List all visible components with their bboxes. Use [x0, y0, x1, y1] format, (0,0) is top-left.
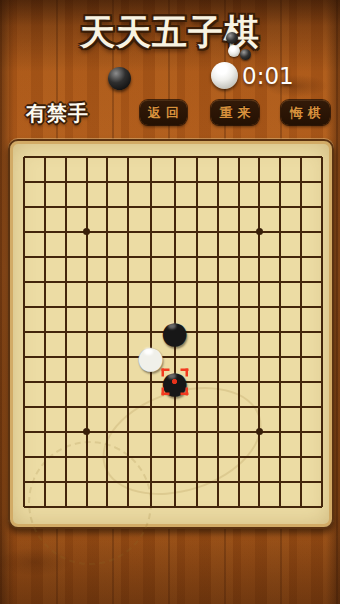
board-cell[interactable]	[228, 419, 249, 444]
board-cell[interactable]	[14, 344, 35, 369]
board-cell[interactable]	[14, 469, 35, 494]
star-point	[83, 428, 90, 435]
board-cell[interactable]	[207, 244, 228, 269]
board-cell[interactable]	[207, 294, 228, 319]
board-cell[interactable]	[311, 169, 332, 194]
board-cell[interactable]	[163, 169, 187, 194]
board-cell[interactable]	[139, 444, 163, 469]
board-cell[interactable]	[35, 394, 56, 419]
board-cell[interactable]	[56, 194, 77, 219]
board-cell[interactable]	[228, 244, 249, 269]
board-cell[interactable]	[118, 369, 139, 394]
board-cell[interactable]	[270, 194, 291, 219]
board-cell[interactable]	[163, 244, 187, 269]
board-cell[interactable]	[35, 494, 56, 519]
board-cell[interactable]	[118, 294, 139, 319]
board-cell[interactable]	[207, 344, 228, 369]
board-cell[interactable]	[207, 194, 228, 219]
board-cell[interactable]	[290, 269, 311, 294]
board-cell[interactable]	[56, 469, 77, 494]
board-cell[interactable]	[56, 369, 77, 394]
board-cell[interactable]	[139, 394, 163, 419]
board-cell[interactable]	[270, 419, 291, 444]
board-cell[interactable]	[14, 444, 35, 469]
board-cell[interactable]	[14, 194, 35, 219]
black-stone: ●	[163, 370, 187, 394]
board-cell[interactable]	[311, 194, 332, 219]
board-grid: ●●●	[14, 144, 332, 519]
board-cell[interactable]	[118, 419, 139, 444]
board-cell[interactable]	[249, 444, 270, 469]
board-cell[interactable]	[249, 469, 270, 494]
board-cell[interactable]	[76, 319, 97, 344]
board-cell[interactable]	[97, 494, 118, 519]
title-deco-black-stone-icon	[240, 49, 251, 60]
board-cell[interactable]	[207, 269, 228, 294]
board-cell[interactable]	[118, 169, 139, 194]
board-cell[interactable]	[187, 469, 208, 494]
board-cell[interactable]	[187, 344, 208, 369]
board-cell[interactable]	[270, 219, 291, 244]
board-cell[interactable]	[35, 294, 56, 319]
board-cell[interactable]	[187, 319, 208, 344]
board-cell[interactable]	[118, 394, 139, 419]
black-player-stone-icon	[108, 67, 131, 90]
board-cell[interactable]	[187, 144, 208, 169]
board-cell[interactable]	[270, 344, 291, 369]
board-cell[interactable]	[118, 194, 139, 219]
board-cell[interactable]	[311, 494, 332, 519]
board-cell[interactable]: ●	[163, 369, 187, 394]
board-cell[interactable]	[76, 194, 97, 219]
board-cell[interactable]	[290, 444, 311, 469]
board-cell[interactable]	[14, 394, 35, 419]
board-cell[interactable]	[270, 444, 291, 469]
board-cell[interactable]	[290, 494, 311, 519]
board-cell[interactable]	[207, 494, 228, 519]
board-cell[interactable]: ●	[139, 344, 163, 369]
board-cell[interactable]	[35, 144, 56, 169]
board-cell[interactable]	[270, 269, 291, 294]
board-cell[interactable]	[270, 294, 291, 319]
board-cell[interactable]	[311, 219, 332, 244]
board-cell[interactable]	[249, 344, 270, 369]
board-cell[interactable]	[207, 444, 228, 469]
board-cell[interactable]	[228, 369, 249, 394]
board-cell[interactable]	[163, 219, 187, 244]
board-cell[interactable]	[76, 369, 97, 394]
board-cell[interactable]	[311, 394, 332, 419]
board-cell[interactable]	[290, 244, 311, 269]
board-cell[interactable]	[118, 319, 139, 344]
board-cell[interactable]	[97, 469, 118, 494]
board-cell[interactable]	[56, 394, 77, 419]
board-cell[interactable]	[14, 369, 35, 394]
board-cell[interactable]	[249, 494, 270, 519]
board-cell[interactable]	[56, 219, 77, 244]
gomoku-app: 天天五子棋 0:01 有禁手 返回 重来 悔棋 ●●●	[0, 0, 340, 604]
board-cell[interactable]	[76, 419, 97, 444]
board-cell[interactable]	[56, 319, 77, 344]
board-cell[interactable]	[163, 444, 187, 469]
board-cell[interactable]	[311, 269, 332, 294]
board-cell[interactable]	[35, 269, 56, 294]
board-cell[interactable]	[228, 469, 249, 494]
board-cell[interactable]	[270, 244, 291, 269]
board-cell[interactable]	[14, 269, 35, 294]
board-cell[interactable]	[207, 469, 228, 494]
board-cell[interactable]	[187, 394, 208, 419]
board-cell[interactable]	[187, 169, 208, 194]
board-cell[interactable]	[35, 369, 56, 394]
board-cell[interactable]	[76, 269, 97, 294]
restart-button[interactable]: 重来	[211, 100, 259, 125]
board-cell[interactable]	[228, 319, 249, 344]
board-cell[interactable]	[207, 219, 228, 244]
board-cell[interactable]	[163, 144, 187, 169]
board-cell[interactable]	[311, 294, 332, 319]
board-cell[interactable]	[56, 494, 77, 519]
board-cell[interactable]	[56, 419, 77, 444]
board-cell[interactable]	[118, 219, 139, 244]
board-cell[interactable]	[290, 169, 311, 194]
board-cell[interactable]	[118, 269, 139, 294]
board-cell[interactable]	[290, 219, 311, 244]
board-cell[interactable]	[35, 469, 56, 494]
board-cell[interactable]	[56, 244, 77, 269]
white-stone: ●	[139, 345, 163, 369]
board-cell[interactable]	[228, 144, 249, 169]
board-cell[interactable]	[139, 494, 163, 519]
board-cell[interactable]	[97, 294, 118, 319]
board-cell[interactable]	[139, 469, 163, 494]
board-cell[interactable]	[207, 369, 228, 394]
board-cell[interactable]	[228, 194, 249, 219]
board-cell[interactable]	[14, 294, 35, 319]
board-cell[interactable]	[249, 269, 270, 294]
board-cell[interactable]	[207, 419, 228, 444]
board-cell[interactable]	[249, 319, 270, 344]
board-cell[interactable]	[228, 219, 249, 244]
white-player-stone-icon	[211, 62, 238, 89]
board-cell[interactable]	[56, 294, 77, 319]
board-cell[interactable]	[35, 169, 56, 194]
board-cell[interactable]	[228, 444, 249, 469]
board-cell[interactable]	[76, 294, 97, 319]
board-cell[interactable]	[35, 344, 56, 369]
board-cell[interactable]	[207, 169, 228, 194]
board-cell[interactable]: ●	[163, 319, 187, 344]
board-cell[interactable]	[228, 169, 249, 194]
board-cell[interactable]	[249, 169, 270, 194]
board-cell[interactable]	[249, 219, 270, 244]
board-cell[interactable]	[228, 294, 249, 319]
board-cell[interactable]	[228, 394, 249, 419]
board-cell[interactable]	[14, 144, 35, 169]
board-cell[interactable]	[14, 319, 35, 344]
board-cell[interactable]	[187, 444, 208, 469]
board-cell[interactable]	[139, 169, 163, 194]
board-cell[interactable]	[139, 219, 163, 244]
board-cell[interactable]	[270, 169, 291, 194]
board-cell[interactable]	[290, 344, 311, 369]
board-cell[interactable]	[163, 469, 187, 494]
board-cell[interactable]	[249, 419, 270, 444]
board-cell[interactable]	[14, 494, 35, 519]
board-cell[interactable]	[97, 169, 118, 194]
board-cell[interactable]	[118, 244, 139, 269]
board-cell[interactable]	[290, 369, 311, 394]
board-cell[interactable]	[290, 294, 311, 319]
board-cell[interactable]	[249, 369, 270, 394]
board-cell[interactable]	[207, 144, 228, 169]
app-title: 天天五子棋	[0, 9, 340, 56]
board-cell[interactable]	[76, 244, 97, 269]
board-cell[interactable]	[207, 319, 228, 344]
board-cell[interactable]	[97, 244, 118, 269]
board-cell[interactable]	[56, 344, 77, 369]
board-cell[interactable]	[249, 194, 270, 219]
board-cell[interactable]	[35, 244, 56, 269]
board-cell[interactable]	[163, 494, 187, 519]
title-deco-black-stone-icon	[226, 32, 238, 44]
undo-button[interactable]: 悔棋	[281, 100, 330, 125]
board-cell[interactable]	[139, 194, 163, 219]
black-stone: ●	[163, 320, 187, 344]
board-cell[interactable]	[76, 494, 97, 519]
board-cell[interactable]	[76, 169, 97, 194]
board-cell[interactable]	[14, 244, 35, 269]
board-cell[interactable]	[14, 419, 35, 444]
board-cell[interactable]	[97, 419, 118, 444]
board-cell[interactable]	[76, 469, 97, 494]
board-cell[interactable]	[76, 394, 97, 419]
board-cell[interactable]	[228, 494, 249, 519]
board-cell[interactable]	[187, 494, 208, 519]
board-cell[interactable]	[311, 369, 332, 394]
board-cell[interactable]	[290, 394, 311, 419]
board-cell[interactable]	[97, 369, 118, 394]
back-button[interactable]: 返回	[140, 100, 187, 125]
star-point	[256, 428, 263, 435]
board-cell[interactable]	[56, 169, 77, 194]
last-move-marker	[161, 368, 188, 395]
board-cell[interactable]	[207, 394, 228, 419]
board-cell[interactable]	[163, 194, 187, 219]
board-cell[interactable]	[139, 294, 163, 319]
board-cell[interactable]	[290, 419, 311, 444]
board-cell[interactable]	[139, 269, 163, 294]
board-cell[interactable]	[270, 494, 291, 519]
board-cell[interactable]	[139, 419, 163, 444]
board-cell[interactable]	[187, 369, 208, 394]
board-cell[interactable]	[311, 319, 332, 344]
gomoku-board: ●●●	[8, 139, 334, 529]
board-cell[interactable]	[187, 194, 208, 219]
board-cell[interactable]	[139, 244, 163, 269]
board-cell[interactable]	[187, 269, 208, 294]
board-cell[interactable]	[311, 244, 332, 269]
board-cell[interactable]	[290, 194, 311, 219]
board-cell[interactable]	[76, 219, 97, 244]
board-cell[interactable]	[270, 394, 291, 419]
board-cell[interactable]	[56, 144, 77, 169]
board-cell[interactable]	[270, 144, 291, 169]
board-cell[interactable]	[14, 169, 35, 194]
board-cell[interactable]	[97, 344, 118, 369]
board-cell[interactable]	[290, 319, 311, 344]
board-cell[interactable]	[118, 494, 139, 519]
board-cell[interactable]	[228, 269, 249, 294]
board-cell[interactable]	[76, 344, 97, 369]
board-cell[interactable]	[97, 394, 118, 419]
board-cell[interactable]	[97, 319, 118, 344]
board-cell[interactable]	[118, 144, 139, 169]
board-cell[interactable]	[35, 444, 56, 469]
rule-badge: 有禁手	[26, 100, 89, 127]
board-cell[interactable]	[270, 369, 291, 394]
board-cell[interactable]	[35, 419, 56, 444]
board-cell[interactable]	[290, 144, 311, 169]
board-cell[interactable]	[35, 219, 56, 244]
board-cell[interactable]	[270, 469, 291, 494]
star-point	[256, 228, 263, 235]
board-cell[interactable]	[139, 144, 163, 169]
board-cell[interactable]	[187, 419, 208, 444]
board-cell[interactable]	[118, 469, 139, 494]
board-cell[interactable]	[35, 319, 56, 344]
board-cell[interactable]	[249, 144, 270, 169]
board-cell[interactable]	[311, 419, 332, 444]
board-cell[interactable]	[249, 244, 270, 269]
board-cell[interactable]	[118, 344, 139, 369]
board-cell[interactable]	[97, 144, 118, 169]
board-cell[interactable]	[76, 444, 97, 469]
board-cell[interactable]	[249, 294, 270, 319]
board-cell[interactable]	[97, 444, 118, 469]
star-point	[83, 228, 90, 235]
board-cell[interactable]	[311, 144, 332, 169]
board-cell[interactable]	[187, 294, 208, 319]
board-cell[interactable]	[97, 194, 118, 219]
board-cell[interactable]	[163, 269, 187, 294]
board-cell[interactable]	[76, 144, 97, 169]
board-cell[interactable]	[56, 269, 77, 294]
board-cell[interactable]	[311, 344, 332, 369]
board-cell[interactable]	[14, 219, 35, 244]
board-cell[interactable]	[311, 469, 332, 494]
board-cell[interactable]	[163, 419, 187, 444]
board-cell[interactable]	[311, 444, 332, 469]
board-cell[interactable]	[187, 219, 208, 244]
board-cell[interactable]	[290, 469, 311, 494]
board-cell[interactable]	[118, 444, 139, 469]
board-cell[interactable]	[56, 444, 77, 469]
board-cell[interactable]	[270, 319, 291, 344]
board-cell[interactable]	[249, 394, 270, 419]
board-cell[interactable]	[97, 269, 118, 294]
board-cell[interactable]	[187, 244, 208, 269]
board-cell[interactable]	[97, 219, 118, 244]
title-deco-white-stone-icon	[228, 45, 240, 57]
board-cell[interactable]	[228, 344, 249, 369]
move-timer: 0:01	[242, 63, 294, 89]
board-cell[interactable]	[35, 194, 56, 219]
